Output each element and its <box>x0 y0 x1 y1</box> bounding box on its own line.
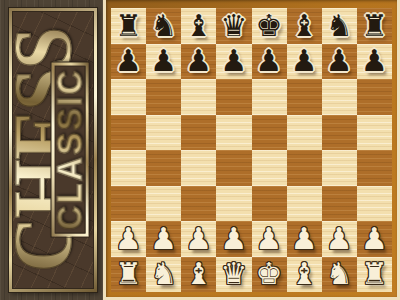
square-e6[interactable] <box>252 79 287 115</box>
piece-black-rook[interactable]: ♜ <box>361 11 388 41</box>
square-c8[interactable]: ♝ <box>181 8 216 44</box>
square-b1[interactable]: ♞ <box>146 257 181 293</box>
piece-white-pawn[interactable]: ♟ <box>326 224 353 254</box>
sidebar: CHESS CLASSIC <box>0 0 103 300</box>
piece-white-pawn[interactable]: ♟ <box>150 224 177 254</box>
square-h4[interactable] <box>357 150 392 186</box>
piece-white-rook[interactable]: ♜ <box>361 259 388 289</box>
square-a7[interactable]: ♟ <box>111 44 146 80</box>
piece-black-pawn[interactable]: ♟ <box>185 46 212 76</box>
square-c7[interactable]: ♟ <box>181 44 216 80</box>
square-d5[interactable] <box>216 115 251 151</box>
piece-black-pawn[interactable]: ♟ <box>256 46 283 76</box>
square-a8[interactable]: ♜ <box>111 8 146 44</box>
square-g3[interactable] <box>322 186 357 222</box>
square-h5[interactable] <box>357 115 392 151</box>
square-h3[interactable] <box>357 186 392 222</box>
square-g6[interactable] <box>322 79 357 115</box>
piece-black-pawn[interactable]: ♟ <box>150 46 177 76</box>
game-subtitle-text: CLASSIC <box>53 69 87 231</box>
piece-black-bishop[interactable]: ♝ <box>185 11 212 41</box>
square-a5[interactable] <box>111 115 146 151</box>
piece-white-pawn[interactable]: ♟ <box>185 224 212 254</box>
piece-black-knight[interactable]: ♞ <box>326 11 353 41</box>
square-c3[interactable] <box>181 186 216 222</box>
square-b7[interactable]: ♟ <box>146 44 181 80</box>
piece-white-pawn[interactable]: ♟ <box>256 224 283 254</box>
game-subtitle-badge: CLASSIC <box>52 63 89 237</box>
piece-white-king[interactable]: ♚ <box>256 259 283 289</box>
square-g4[interactable] <box>322 150 357 186</box>
piece-black-pawn[interactable]: ♟ <box>220 46 247 76</box>
square-d8[interactable]: ♛ <box>216 8 251 44</box>
square-d2[interactable]: ♟ <box>216 221 251 257</box>
square-b2[interactable]: ♟ <box>146 221 181 257</box>
piece-black-pawn[interactable]: ♟ <box>291 46 318 76</box>
piece-white-bishop[interactable]: ♝ <box>291 259 318 289</box>
square-f5[interactable] <box>287 115 322 151</box>
square-c2[interactable]: ♟ <box>181 221 216 257</box>
square-h6[interactable] <box>357 79 392 115</box>
piece-white-knight[interactable]: ♞ <box>326 259 353 289</box>
square-d4[interactable] <box>216 150 251 186</box>
game-subtitle-inner: CLASSIC <box>55 66 86 234</box>
piece-white-pawn[interactable]: ♟ <box>115 224 142 254</box>
piece-white-bishop[interactable]: ♝ <box>185 259 212 289</box>
square-e5[interactable] <box>252 115 287 151</box>
app-background: CHESS CLASSIC ♜♞♝♛♚♝♞♜♟♟♟♟♟♟♟♟♟♟♟♟♟♟♟♟♜♞… <box>0 0 400 300</box>
piece-black-bishop[interactable]: ♝ <box>291 11 318 41</box>
square-h1[interactable]: ♜ <box>357 257 392 293</box>
square-d1[interactable]: ♛ <box>216 257 251 293</box>
square-e4[interactable] <box>252 150 287 186</box>
piece-black-queen[interactable]: ♛ <box>220 11 247 41</box>
piece-white-pawn[interactable]: ♟ <box>291 224 318 254</box>
piece-black-pawn[interactable]: ♟ <box>361 46 388 76</box>
piece-black-pawn[interactable]: ♟ <box>115 46 142 76</box>
piece-black-knight[interactable]: ♞ <box>150 11 177 41</box>
square-g7[interactable]: ♟ <box>322 44 357 80</box>
square-c5[interactable] <box>181 115 216 151</box>
piece-white-rook[interactable]: ♜ <box>115 259 142 289</box>
square-h8[interactable]: ♜ <box>357 8 392 44</box>
square-b6[interactable] <box>146 79 181 115</box>
piece-black-rook[interactable]: ♜ <box>115 11 142 41</box>
piece-black-king[interactable]: ♚ <box>256 11 283 41</box>
square-c1[interactable]: ♝ <box>181 257 216 293</box>
square-e8[interactable]: ♚ <box>252 8 287 44</box>
square-g8[interactable]: ♞ <box>322 8 357 44</box>
square-e2[interactable]: ♟ <box>252 221 287 257</box>
square-d3[interactable] <box>216 186 251 222</box>
square-d6[interactable] <box>216 79 251 115</box>
square-b4[interactable] <box>146 150 181 186</box>
square-d7[interactable]: ♟ <box>216 44 251 80</box>
piece-white-pawn[interactable]: ♟ <box>220 224 247 254</box>
chess-board-frame: ♜♞♝♛♚♝♞♜♟♟♟♟♟♟♟♟♟♟♟♟♟♟♟♟♜♞♝♛♚♝♞♜ <box>103 0 400 300</box>
piece-white-queen[interactable]: ♛ <box>220 259 247 289</box>
square-b8[interactable]: ♞ <box>146 8 181 44</box>
square-a1[interactable]: ♜ <box>111 257 146 293</box>
square-a4[interactable] <box>111 150 146 186</box>
square-f1[interactable]: ♝ <box>287 257 322 293</box>
square-h2[interactable]: ♟ <box>357 221 392 257</box>
square-a2[interactable]: ♟ <box>111 221 146 257</box>
square-h7[interactable]: ♟ <box>357 44 392 80</box>
square-a3[interactable] <box>111 186 146 222</box>
square-b3[interactable] <box>146 186 181 222</box>
square-c6[interactable] <box>181 79 216 115</box>
square-f6[interactable] <box>287 79 322 115</box>
square-e3[interactable] <box>252 186 287 222</box>
square-g1[interactable]: ♞ <box>322 257 357 293</box>
square-f7[interactable]: ♟ <box>287 44 322 80</box>
square-b5[interactable] <box>146 115 181 151</box>
square-e1[interactable]: ♚ <box>252 257 287 293</box>
piece-black-pawn[interactable]: ♟ <box>326 46 353 76</box>
square-f3[interactable] <box>287 186 322 222</box>
square-c4[interactable] <box>181 150 216 186</box>
square-f8[interactable]: ♝ <box>287 8 322 44</box>
square-g5[interactable] <box>322 115 357 151</box>
chess-board[interactable]: ♜♞♝♛♚♝♞♜♟♟♟♟♟♟♟♟♟♟♟♟♟♟♟♟♜♞♝♛♚♝♞♜ <box>111 8 392 292</box>
piece-white-knight[interactable]: ♞ <box>150 259 177 289</box>
piece-white-pawn[interactable]: ♟ <box>361 224 388 254</box>
square-f4[interactable] <box>287 150 322 186</box>
square-a6[interactable] <box>111 79 146 115</box>
square-g2[interactable]: ♟ <box>322 221 357 257</box>
square-e7[interactable]: ♟ <box>252 44 287 80</box>
square-f2[interactable]: ♟ <box>287 221 322 257</box>
